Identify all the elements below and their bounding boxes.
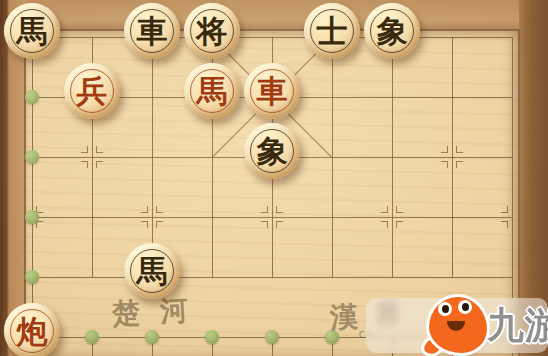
piece-black-chariot[interactable]: 車 <box>124 3 180 59</box>
piece-black-horse[interactable]: 馬 <box>4 3 60 59</box>
piece-glyph: 馬 <box>124 243 180 299</box>
piece-glyph: 士 <box>304 3 360 59</box>
jiuyou-mascot-icon <box>429 297 489 355</box>
xiangqi-game-screen: 楚河 漢界 CH 馬車将士象兵馬車象馬炮 九游 <box>0 0 548 356</box>
piece-glyph: 馬 <box>184 63 240 119</box>
piece-black-advisor[interactable]: 士 <box>304 3 360 59</box>
piece-black-elephant[interactable]: 象 <box>364 3 420 59</box>
piece-glyph: 象 <box>364 3 420 59</box>
piece-glyph: 車 <box>124 3 180 59</box>
piece-red-cannon[interactable]: 炮 <box>4 303 60 356</box>
mascot-left-eye <box>438 302 452 316</box>
piece-glyph: 炮 <box>4 303 60 356</box>
piece-glyph: 兵 <box>64 63 120 119</box>
piece-black-horse[interactable]: 馬 <box>124 243 180 299</box>
piece-red-chariot[interactable]: 車 <box>244 63 300 119</box>
piece-glyph: 車 <box>244 63 300 119</box>
jiuyou-watermark-text: 九游 <box>487 301 548 351</box>
piece-black-elephant[interactable]: 象 <box>244 123 300 179</box>
mascot-right-eye <box>458 300 472 314</box>
piece-glyph: 象 <box>244 123 300 179</box>
piece-glyph: 将 <box>184 3 240 59</box>
piece-glyph: 馬 <box>4 3 60 59</box>
piece-black-general[interactable]: 将 <box>184 3 240 59</box>
piece-red-soldier[interactable]: 兵 <box>64 63 120 119</box>
piece-red-horse[interactable]: 馬 <box>184 63 240 119</box>
